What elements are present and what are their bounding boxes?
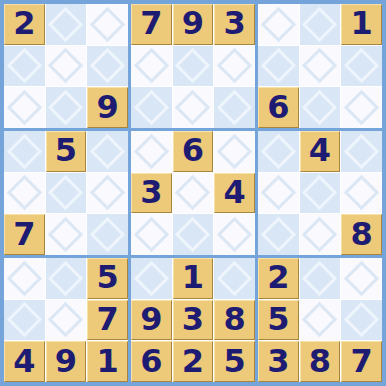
given-digit: 2 [182, 345, 204, 377]
cell-r8c8[interactable] [300, 300, 341, 341]
given-digit: 1 [182, 261, 204, 293]
given-digit: 7 [97, 303, 119, 335]
diamond-ornament-icon [48, 48, 83, 83]
cell-r9c6[interactable]: 5 [214, 341, 255, 382]
cell-r6c9[interactable]: 8 [341, 214, 382, 255]
given-digit: 1 [97, 345, 119, 377]
diamond-ornament-icon [344, 48, 379, 83]
cell-r1c5[interactable]: 9 [173, 4, 214, 45]
cell-r5c5[interactable] [173, 173, 214, 214]
cell-r5c6[interactable]: 4 [214, 173, 255, 214]
cell-r4c1[interactable] [4, 131, 45, 172]
given-digit: 9 [182, 7, 204, 39]
cell-r1c7[interactable] [258, 4, 299, 45]
diamond-ornament-icon [175, 90, 210, 125]
cell-r5c1[interactable] [4, 173, 45, 214]
cell-r2c9[interactable] [341, 46, 382, 87]
box-1-1: 29 [4, 4, 128, 128]
given-digit: 8 [309, 345, 331, 377]
cell-r6c1[interactable]: 7 [4, 214, 45, 255]
cell-r1c1[interactable]: 2 [4, 4, 45, 45]
cell-r7c3[interactable]: 5 [87, 258, 128, 299]
cell-r7c8[interactable] [300, 258, 341, 299]
cell-r2c7[interactable] [258, 46, 299, 87]
diamond-ornament-icon [134, 217, 169, 252]
cell-r8c1[interactable] [4, 300, 45, 341]
diamond-ornament-icon [261, 175, 296, 210]
given-digit: 9 [97, 91, 119, 123]
diamond-ornament-icon [90, 175, 125, 210]
diamond-ornament-icon [344, 175, 379, 210]
cell-r8c3[interactable]: 7 [87, 300, 128, 341]
box-1-3: 16 [258, 4, 382, 128]
diamond-ornament-icon [217, 134, 252, 169]
cell-r4c8[interactable]: 4 [300, 131, 341, 172]
diamond-ornament-icon [175, 48, 210, 83]
cell-r1c4[interactable]: 7 [131, 4, 172, 45]
given-digit: 3 [140, 176, 162, 208]
diamond-ornament-icon [48, 90, 83, 125]
diamond-ornament-icon [344, 134, 379, 169]
diamond-ornament-icon [217, 90, 252, 125]
cell-r1c2[interactable] [46, 4, 87, 45]
cell-r7c5[interactable]: 1 [173, 258, 214, 299]
cell-r3c4[interactable] [131, 87, 172, 128]
diamond-ornament-icon [48, 302, 83, 337]
cell-r5c2[interactable] [46, 173, 87, 214]
given-digit: 3 [182, 303, 204, 335]
cell-r5c4[interactable]: 3 [131, 173, 172, 214]
cell-r3c6[interactable] [214, 87, 255, 128]
cell-r7c4[interactable] [131, 258, 172, 299]
given-digit: 7 [140, 7, 162, 39]
box-3-1: 57491 [4, 258, 128, 382]
given-digit: 2 [13, 7, 35, 39]
diamond-ornament-icon [302, 48, 337, 83]
cell-r9c3[interactable]: 1 [87, 341, 128, 382]
box-2-2: 634 [131, 131, 255, 255]
given-digit: 8 [351, 218, 373, 250]
diamond-ornament-icon [344, 302, 379, 337]
cell-r9c4[interactable]: 6 [131, 341, 172, 382]
cell-r9c1[interactable]: 4 [4, 341, 45, 382]
diamond-ornament-icon [302, 261, 337, 296]
cell-r4c3[interactable] [87, 131, 128, 172]
diamond-ornament-icon [90, 217, 125, 252]
cell-r9c9[interactable]: 7 [341, 341, 382, 382]
cell-r2c2[interactable] [46, 46, 87, 87]
diamond-ornament-icon [48, 261, 83, 296]
given-digit: 3 [224, 7, 246, 39]
cell-r4c7[interactable] [258, 131, 299, 172]
diamond-ornament-icon [90, 48, 125, 83]
diamond-ornament-icon [90, 134, 125, 169]
cell-r1c8[interactable] [300, 4, 341, 45]
given-digit: 2 [267, 261, 289, 293]
diamond-ornament-icon [302, 217, 337, 252]
diamond-ornament-icon [261, 134, 296, 169]
box-2-1: 57 [4, 131, 128, 255]
diamond-ornament-icon [217, 48, 252, 83]
given-digit: 4 [309, 134, 331, 166]
diamond-ornament-icon [344, 261, 379, 296]
cell-r5c9[interactable] [341, 173, 382, 214]
sudoku-board: 2979316576344857491193862525387 [4, 4, 382, 382]
given-digit: 5 [55, 134, 77, 166]
cell-r2c3[interactable] [87, 46, 128, 87]
diamond-ornament-icon [302, 90, 337, 125]
box-2-3: 48 [258, 131, 382, 255]
cell-r9c7[interactable]: 3 [258, 341, 299, 382]
sudoku-frame: 2979316576344857491193862525387 [0, 0, 386, 386]
cell-r3c3[interactable]: 9 [87, 87, 128, 128]
cell-r3c2[interactable] [46, 87, 87, 128]
cell-r8c9[interactable] [341, 300, 382, 341]
diamond-ornament-icon [302, 7, 337, 42]
cell-r6c4[interactable] [131, 214, 172, 255]
cell-r6c7[interactable] [258, 214, 299, 255]
cell-r3c9[interactable] [341, 87, 382, 128]
cell-r1c6[interactable]: 3 [214, 4, 255, 45]
cell-r2c6[interactable] [214, 46, 255, 87]
cell-r9c5[interactable]: 2 [173, 341, 214, 382]
given-digit: 5 [97, 261, 119, 293]
given-digit: 7 [351, 345, 373, 377]
diamond-ornament-icon [261, 48, 296, 83]
cell-r4c5[interactable]: 6 [173, 131, 214, 172]
diamond-ornament-icon [261, 217, 296, 252]
diamond-ornament-icon [7, 90, 42, 125]
diamond-ornament-icon [48, 7, 83, 42]
cell-r7c6[interactable] [214, 258, 255, 299]
cell-r6c6[interactable] [214, 214, 255, 255]
cell-r7c9[interactable] [341, 258, 382, 299]
cell-r5c8[interactable] [300, 173, 341, 214]
cell-r3c8[interactable] [300, 87, 341, 128]
given-digit: 5 [267, 303, 289, 335]
cell-r5c7[interactable] [258, 173, 299, 214]
cell-r6c8[interactable] [300, 214, 341, 255]
cell-r8c7[interactable]: 5 [258, 300, 299, 341]
cell-r7c7[interactable]: 2 [258, 258, 299, 299]
cell-r3c1[interactable] [4, 87, 45, 128]
cell-r7c1[interactable] [4, 258, 45, 299]
given-digit: 6 [182, 134, 204, 166]
diamond-ornament-icon [7, 134, 42, 169]
diamond-ornament-icon [7, 261, 42, 296]
given-digit: 6 [140, 345, 162, 377]
cell-r2c8[interactable] [300, 46, 341, 87]
diamond-ornament-icon [261, 7, 296, 42]
diamond-ornament-icon [7, 48, 42, 83]
diamond-ornament-icon [134, 48, 169, 83]
cell-r9c2[interactable]: 9 [46, 341, 87, 382]
diamond-ornament-icon [302, 175, 337, 210]
cell-r2c4[interactable] [131, 46, 172, 87]
box-3-3: 25387 [258, 258, 382, 382]
cell-r1c3[interactable] [87, 4, 128, 45]
cell-r7c2[interactable] [46, 258, 87, 299]
cell-r8c6[interactable]: 8 [214, 300, 255, 341]
cell-r4c9[interactable] [341, 131, 382, 172]
given-digit: 9 [140, 303, 162, 335]
cell-r8c2[interactable] [46, 300, 87, 341]
cell-r6c2[interactable] [46, 214, 87, 255]
cell-r1c9[interactable]: 1 [341, 4, 382, 45]
diamond-ornament-icon [134, 90, 169, 125]
diamond-ornament-icon [90, 7, 125, 42]
given-digit: 1 [351, 7, 373, 39]
diamond-ornament-icon [134, 261, 169, 296]
box-1-2: 793 [131, 4, 255, 128]
cell-r9c8[interactable]: 8 [300, 341, 341, 382]
diamond-ornament-icon [7, 302, 42, 337]
diamond-ornament-icon [134, 134, 169, 169]
cell-r5c3[interactable] [87, 173, 128, 214]
cell-r6c5[interactable] [173, 214, 214, 255]
cell-r6c3[interactable] [87, 214, 128, 255]
diamond-ornament-icon [175, 217, 210, 252]
given-digit: 4 [224, 176, 246, 208]
diamond-ornament-icon [48, 175, 83, 210]
diamond-ornament-icon [48, 217, 83, 252]
given-digit: 6 [267, 91, 289, 123]
diamond-ornament-icon [217, 217, 252, 252]
cell-r4c6[interactable] [214, 131, 255, 172]
diamond-ornament-icon [175, 175, 210, 210]
given-digit: 4 [13, 345, 35, 377]
given-digit: 5 [224, 345, 246, 377]
diamond-ornament-icon [344, 90, 379, 125]
box-3-2: 1938625 [131, 258, 255, 382]
diamond-ornament-icon [217, 261, 252, 296]
cell-r2c1[interactable] [4, 46, 45, 87]
cell-r8c4[interactable]: 9 [131, 300, 172, 341]
cell-r4c2[interactable]: 5 [46, 131, 87, 172]
given-digit: 9 [55, 345, 77, 377]
given-digit: 3 [267, 345, 289, 377]
cell-r8c5[interactable]: 3 [173, 300, 214, 341]
cell-r2c5[interactable] [173, 46, 214, 87]
cell-r3c7[interactable]: 6 [258, 87, 299, 128]
given-digit: 8 [224, 303, 246, 335]
diamond-ornament-icon [302, 302, 337, 337]
diamond-ornament-icon [7, 175, 42, 210]
cell-r4c4[interactable] [131, 131, 172, 172]
cell-r3c5[interactable] [173, 87, 214, 128]
given-digit: 7 [13, 218, 35, 250]
